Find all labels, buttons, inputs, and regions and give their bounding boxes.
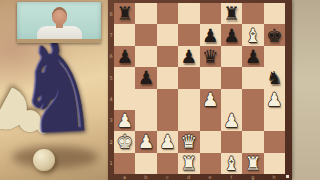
square-e4[interactable]: ♟ bbox=[200, 89, 221, 110]
square-f4[interactable] bbox=[221, 89, 242, 110]
file-label-g: g bbox=[249, 174, 257, 180]
square-e3[interactable] bbox=[200, 110, 221, 131]
piece-black-pawn-a6: ♟ bbox=[116, 46, 133, 67]
square-h3[interactable] bbox=[264, 110, 285, 131]
square-c2[interactable]: ♟ bbox=[157, 131, 178, 152]
presenter-face bbox=[52, 7, 67, 25]
board-corner-mark bbox=[286, 175, 289, 178]
square-d6[interactable]: ♟ bbox=[178, 46, 199, 67]
rank-label-3: 3 bbox=[108, 117, 114, 123]
square-f2[interactable] bbox=[221, 131, 242, 152]
piece-black-pawn-d6: ♟ bbox=[181, 46, 198, 67]
square-h7[interactable]: ♚ bbox=[264, 24, 285, 45]
piece-white-rook-d1: ♜ bbox=[181, 153, 198, 174]
square-f5[interactable] bbox=[221, 67, 242, 88]
square-d3[interactable] bbox=[178, 110, 199, 131]
square-c6[interactable] bbox=[157, 46, 178, 67]
piece-black-pawn-e7: ♟ bbox=[202, 25, 219, 46]
rank-label-8: 8 bbox=[108, 11, 114, 17]
square-d8[interactable] bbox=[178, 3, 199, 24]
square-a6[interactable]: ♟ bbox=[114, 46, 135, 67]
square-a4[interactable] bbox=[114, 89, 135, 110]
piece-black-queen-e6: ♛ bbox=[202, 46, 219, 67]
square-b1[interactable] bbox=[135, 153, 156, 174]
piece-white-rook-g1: ♜ bbox=[245, 153, 262, 174]
square-g4[interactable] bbox=[242, 89, 263, 110]
square-b5[interactable]: ♟ bbox=[135, 67, 156, 88]
square-d2[interactable]: ♛ bbox=[178, 131, 199, 152]
piece-white-pawn-f3: ♟ bbox=[223, 110, 240, 131]
square-d1[interactable]: ♜ bbox=[178, 153, 199, 174]
square-h4[interactable]: ♟ bbox=[264, 89, 285, 110]
square-d4[interactable] bbox=[178, 89, 199, 110]
webcam-desk-strip bbox=[17, 39, 101, 43]
file-label-f: f bbox=[227, 174, 235, 180]
piece-black-pawn-g6: ♟ bbox=[245, 46, 262, 67]
rank-label-6: 6 bbox=[108, 53, 114, 59]
square-e7[interactable]: ♟ bbox=[200, 24, 221, 45]
piece-black-king-h7: ♚ bbox=[266, 25, 283, 46]
square-f7[interactable]: ♟ bbox=[221, 24, 242, 45]
file-label-c: c bbox=[163, 174, 171, 180]
square-e2[interactable] bbox=[200, 131, 221, 152]
square-g3[interactable] bbox=[242, 110, 263, 131]
square-c1[interactable] bbox=[157, 153, 178, 174]
square-h6[interactable] bbox=[264, 46, 285, 67]
square-c5[interactable] bbox=[157, 67, 178, 88]
square-e5[interactable] bbox=[200, 67, 221, 88]
square-a1[interactable] bbox=[114, 153, 135, 174]
rank-label-4: 4 bbox=[108, 96, 114, 102]
square-a2[interactable]: ♚ bbox=[114, 131, 135, 152]
square-a8[interactable]: ♜ bbox=[114, 3, 135, 24]
square-c7[interactable] bbox=[157, 24, 178, 45]
rank-label-5: 5 bbox=[108, 75, 114, 81]
square-h2[interactable] bbox=[264, 131, 285, 152]
square-f8[interactable]: ♜ bbox=[221, 3, 242, 24]
chess-board-frame: ♜♜♟♟♝♚♟♟♛♟♟♞♟♟♟♟♚♟♟♛♜♝♜ 87654321abcdefgh bbox=[108, 0, 292, 180]
square-f3[interactable]: ♟ bbox=[221, 110, 242, 131]
square-c8[interactable] bbox=[157, 3, 178, 24]
square-b2[interactable]: ♟ bbox=[135, 131, 156, 152]
square-b6[interactable] bbox=[135, 46, 156, 67]
piece-white-queen-d2: ♛ bbox=[181, 131, 198, 152]
file-label-e: e bbox=[206, 174, 214, 180]
file-label-h: h bbox=[270, 174, 278, 180]
square-b7[interactable] bbox=[135, 24, 156, 45]
piece-white-pawn-e4: ♟ bbox=[202, 89, 219, 110]
square-a3[interactable]: ♟ bbox=[114, 110, 135, 131]
piece-white-pawn-h4: ♟ bbox=[266, 89, 283, 110]
file-label-a: a bbox=[121, 174, 129, 180]
square-d7[interactable] bbox=[178, 24, 199, 45]
square-g5[interactable] bbox=[242, 67, 263, 88]
square-c4[interactable] bbox=[157, 89, 178, 110]
piece-black-rook-a8: ♜ bbox=[116, 3, 133, 24]
square-a5[interactable] bbox=[114, 67, 135, 88]
square-d5[interactable] bbox=[178, 67, 199, 88]
chess-board: ♜♜♟♟♝♚♟♟♛♟♟♞♟♟♟♟♚♟♟♛♜♝♜ bbox=[114, 3, 285, 174]
webcam-overlay bbox=[17, 2, 101, 43]
rank-label-2: 2 bbox=[108, 139, 114, 145]
piece-black-pawn-f7: ♟ bbox=[223, 25, 240, 46]
piece-white-pawn-a3: ♟ bbox=[116, 110, 133, 131]
square-b4[interactable] bbox=[135, 89, 156, 110]
square-e8[interactable] bbox=[200, 3, 221, 24]
square-h5[interactable]: ♞ bbox=[264, 67, 285, 88]
square-e1[interactable] bbox=[200, 153, 221, 174]
square-f1[interactable]: ♝ bbox=[221, 153, 242, 174]
square-g1[interactable]: ♜ bbox=[242, 153, 263, 174]
rank-label-1: 1 bbox=[108, 160, 114, 166]
piece-black-pawn-b5: ♟ bbox=[138, 67, 155, 88]
square-g7[interactable]: ♝ bbox=[242, 24, 263, 45]
dark-knight-piece-photo: ♞ bbox=[17, 24, 95, 152]
piece-black-knight-h5: ♞ bbox=[266, 67, 283, 88]
square-b3[interactable] bbox=[135, 110, 156, 131]
square-g2[interactable] bbox=[242, 131, 263, 152]
square-a7[interactable] bbox=[114, 24, 135, 45]
piece-white-pawn-c2: ♟ bbox=[159, 131, 176, 152]
rank-label-7: 7 bbox=[108, 32, 114, 38]
video-thumbnail: ♟ ♞ ♜♜♟♟♝♚♟♟♛♟♟♞♟♟♟♟♚♟♟♛♜♝♜ 87654321abcd… bbox=[0, 0, 320, 180]
file-label-d: d bbox=[185, 174, 193, 180]
piece-black-rook-f8: ♜ bbox=[223, 3, 240, 24]
square-e6[interactable]: ♛ bbox=[200, 46, 221, 67]
square-f6[interactable] bbox=[221, 46, 242, 67]
square-b8[interactable] bbox=[135, 3, 156, 24]
piece-white-bishop-g7: ♝ bbox=[245, 25, 262, 46]
square-c3[interactable] bbox=[157, 110, 178, 131]
piece-white-king-a2: ♚ bbox=[116, 131, 133, 152]
square-g8[interactable] bbox=[242, 3, 263, 24]
file-label-b: b bbox=[142, 174, 150, 180]
square-g6[interactable]: ♟ bbox=[242, 46, 263, 67]
piece-white-pawn-b2: ♟ bbox=[138, 131, 155, 152]
square-h1[interactable] bbox=[264, 153, 285, 174]
square-h8[interactable] bbox=[264, 3, 285, 24]
piece-white-bishop-f1: ♝ bbox=[223, 153, 240, 174]
